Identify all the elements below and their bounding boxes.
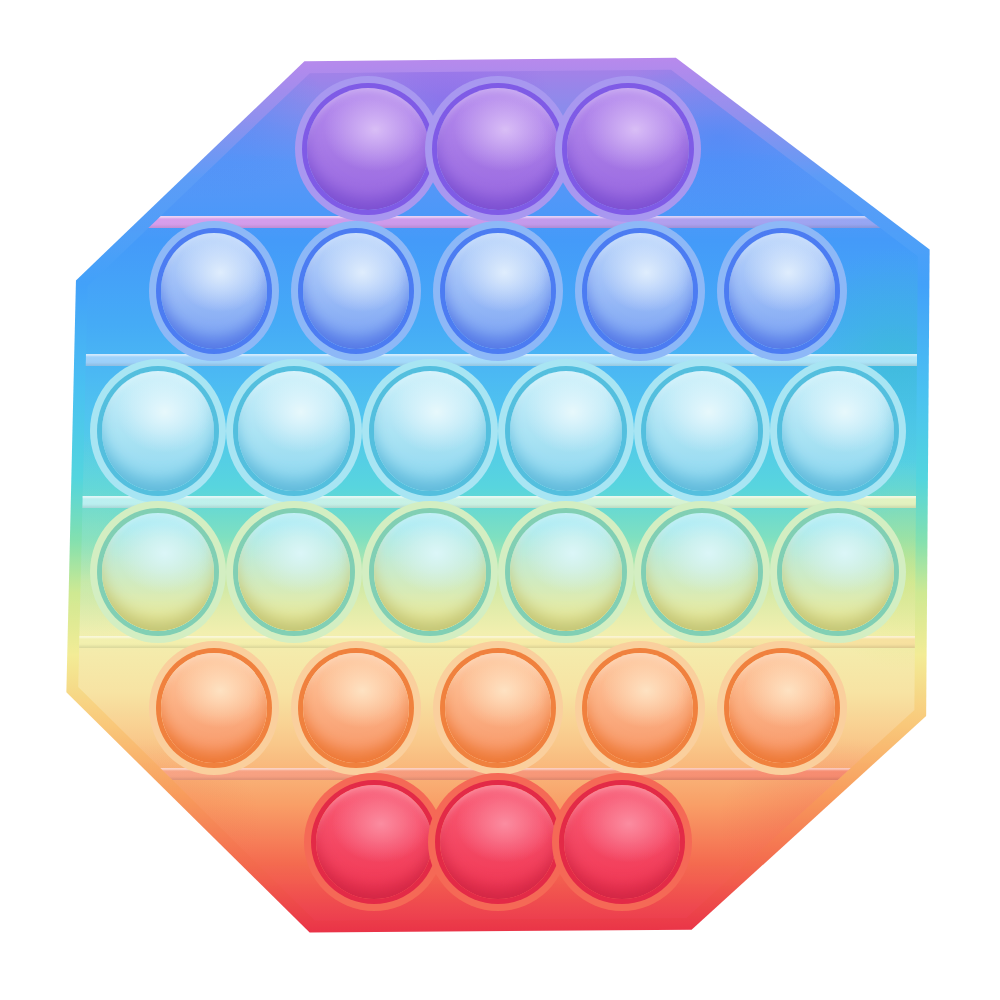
board-face <box>74 68 922 924</box>
bubble-r2-c2[interactable] <box>303 233 409 349</box>
bubble-row-5-orange <box>161 652 835 764</box>
row-ridge-1 <box>68 216 928 228</box>
product-photo-stage <box>0 0 1000 1000</box>
bubble-r3-c6[interactable] <box>782 371 894 491</box>
bubble-r1-c2[interactable] <box>437 88 559 210</box>
bubble-r3-c5[interactable] <box>646 371 758 491</box>
bubble-r2-c5[interactable] <box>729 233 835 349</box>
bubble-r5-c1[interactable] <box>161 653 267 763</box>
bubble-row-4-cyan-to-yellow <box>102 512 894 632</box>
row-ridge-2 <box>68 354 928 366</box>
row-ridge-5 <box>68 768 928 780</box>
pop-it-toy <box>62 56 934 936</box>
bubble-r3-c3[interactable] <box>374 371 486 491</box>
row-ridge-4 <box>68 636 928 648</box>
bubble-r3-c4[interactable] <box>510 371 622 491</box>
bubble-r5-c2[interactable] <box>303 653 409 763</box>
row-ridge-3 <box>68 496 928 508</box>
bubble-r3-c2[interactable] <box>238 371 350 491</box>
bubble-r6-c1[interactable] <box>316 785 432 899</box>
bubble-row-3-cyan <box>102 370 894 492</box>
bubble-row-1-purple <box>307 86 689 212</box>
bubble-r2-c4[interactable] <box>587 233 693 349</box>
bubble-r6-c2[interactable] <box>440 785 556 899</box>
bubble-r2-c1[interactable] <box>161 233 267 349</box>
bubble-row-2-blue <box>161 232 835 350</box>
bubble-r5-c4[interactable] <box>587 653 693 763</box>
bubble-r6-c3[interactable] <box>564 785 680 899</box>
bubble-r1-c3[interactable] <box>567 88 689 210</box>
bubble-r4-c4[interactable] <box>510 513 622 631</box>
bubble-r4-c6[interactable] <box>782 513 894 631</box>
bubble-r2-c3[interactable] <box>445 233 551 349</box>
bubble-r5-c3[interactable] <box>445 653 551 763</box>
bubble-row-6-red <box>316 784 680 900</box>
bubble-r4-c5[interactable] <box>646 513 758 631</box>
bubble-r4-c2[interactable] <box>238 513 350 631</box>
bubble-r4-c1[interactable] <box>102 513 214 631</box>
bubble-r4-c3[interactable] <box>374 513 486 631</box>
bubble-r3-c1[interactable] <box>102 371 214 491</box>
bubble-r5-c5[interactable] <box>729 653 835 763</box>
bubble-r1-c1[interactable] <box>307 88 429 210</box>
